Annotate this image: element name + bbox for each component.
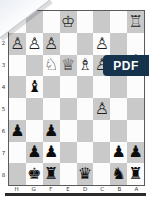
- square-h6[interactable]: ♟: [9, 120, 26, 142]
- black-knight: ♞: [112, 166, 126, 182]
- black-rook: ♜: [128, 166, 142, 182]
- white-pawn: ♙: [95, 36, 109, 52]
- square-d4[interactable]: [77, 76, 94, 98]
- square-b6[interactable]: [110, 120, 127, 142]
- square-e2[interactable]: [60, 33, 77, 55]
- black-pawn: ♟: [10, 123, 24, 139]
- square-h3[interactable]: [9, 55, 26, 77]
- file-label-f: F: [42, 186, 59, 193]
- square-c2[interactable]: ♙: [93, 33, 110, 55]
- square-g4[interactable]: ♝: [26, 76, 43, 98]
- black-bishop: ♝: [27, 79, 41, 95]
- file-label-d: D: [77, 186, 94, 193]
- black-rook: ♜: [44, 166, 58, 182]
- square-g5[interactable]: [26, 98, 43, 120]
- square-g6[interactable]: [26, 120, 43, 142]
- rank-label-4: 4: [0, 76, 7, 98]
- square-b5[interactable]: [110, 98, 127, 120]
- white-bishop: ♗: [78, 57, 92, 73]
- file-label-h: H: [8, 186, 25, 193]
- black-queen: ♛: [78, 166, 92, 182]
- rank-label-8: 8: [0, 164, 7, 186]
- thumbnail-bottom-edge: [5, 193, 146, 196]
- file-label-e: E: [59, 186, 76, 193]
- square-a1[interactable]: ♖: [127, 11, 144, 33]
- square-h7[interactable]: [9, 142, 26, 164]
- file-labels: HGFEDCBA: [8, 186, 145, 193]
- square-b4[interactable]: [110, 76, 127, 98]
- black-pawn: ♟: [128, 144, 142, 160]
- square-e1[interactable]: ♔: [60, 11, 77, 33]
- square-d1[interactable]: [77, 11, 94, 33]
- file-label-b: B: [111, 186, 128, 193]
- rank-label-5: 5: [0, 98, 7, 120]
- square-g8[interactable]: ♚: [26, 163, 43, 185]
- square-b1[interactable]: [110, 11, 127, 33]
- pdf-badge-label: PDF: [113, 59, 139, 73]
- file-label-g: G: [25, 186, 42, 193]
- square-h4[interactable]: [9, 76, 26, 98]
- square-f3[interactable]: ♘: [43, 55, 60, 77]
- black-pawn: ♟: [44, 123, 58, 139]
- rank-label-7: 7: [0, 142, 7, 164]
- square-a4[interactable]: [127, 76, 144, 98]
- square-a7[interactable]: ♟: [127, 142, 144, 164]
- square-e5[interactable]: [60, 98, 77, 120]
- square-d5[interactable]: [77, 98, 94, 120]
- file-label-a: A: [128, 186, 145, 193]
- square-c5[interactable]: ♙: [93, 98, 110, 120]
- pdf-badge: PDF: [103, 55, 149, 76]
- square-h5[interactable]: [9, 98, 26, 120]
- square-e4[interactable]: [60, 76, 77, 98]
- square-c7[interactable]: [93, 142, 110, 164]
- white-king: ♔: [61, 14, 75, 30]
- white-knight: ♘: [44, 57, 58, 73]
- square-d7[interactable]: [77, 142, 94, 164]
- square-d2[interactable]: [77, 33, 94, 55]
- square-c6[interactable]: [93, 120, 110, 142]
- square-d3[interactable]: ♗: [77, 55, 94, 77]
- square-e6[interactable]: [60, 120, 77, 142]
- black-pawn: ♟: [27, 144, 41, 160]
- square-a6[interactable]: [127, 120, 144, 142]
- square-b7[interactable]: ♟: [110, 142, 127, 164]
- square-f4[interactable]: [43, 76, 60, 98]
- square-e3[interactable]: ♕: [60, 55, 77, 77]
- square-b2[interactable]: [110, 33, 127, 55]
- square-c1[interactable]: [93, 11, 110, 33]
- file-label-c: C: [94, 186, 111, 193]
- square-e7[interactable]: [60, 142, 77, 164]
- square-c4[interactable]: [93, 76, 110, 98]
- black-pawn: ♟: [44, 144, 58, 160]
- white-rook: ♖: [128, 14, 142, 30]
- square-h8[interactable]: [9, 163, 26, 185]
- square-e8[interactable]: [60, 163, 77, 185]
- white-queen: ♕: [61, 57, 75, 73]
- square-b8[interactable]: ♞: [110, 163, 127, 185]
- square-f7[interactable]: ♟: [43, 142, 60, 164]
- square-f6[interactable]: ♟: [43, 120, 60, 142]
- rank-label-6: 6: [0, 120, 7, 142]
- square-d6[interactable]: [77, 120, 94, 142]
- black-king: ♚: [27, 166, 41, 182]
- square-f8[interactable]: ♜: [43, 163, 60, 185]
- square-c8[interactable]: [93, 163, 110, 185]
- square-g3[interactable]: [26, 55, 43, 77]
- square-d8[interactable]: ♛: [77, 163, 94, 185]
- white-pawn: ♙: [95, 101, 109, 117]
- black-pawn: ♟: [112, 144, 126, 160]
- rank-label-3: 3: [0, 54, 7, 76]
- square-g7[interactable]: ♟: [26, 142, 43, 164]
- square-f5[interactable]: [43, 98, 60, 120]
- square-a5[interactable]: [127, 98, 144, 120]
- square-a8[interactable]: ♜: [127, 163, 144, 185]
- page-curl: [0, 0, 56, 44]
